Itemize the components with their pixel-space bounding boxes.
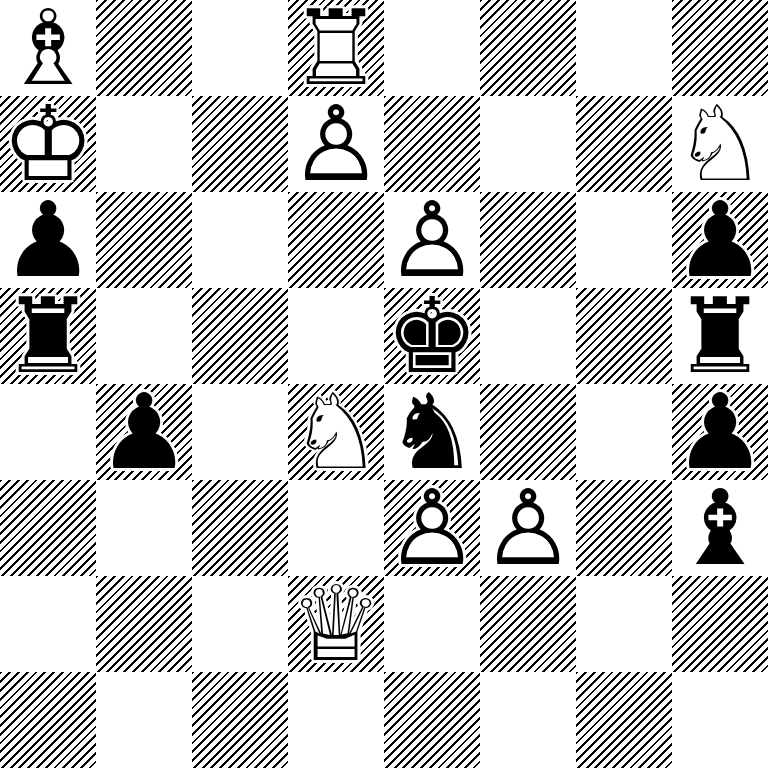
piece-black-king[interactable]: ♚♚ <box>384 288 480 384</box>
square-b1[interactable] <box>96 672 192 768</box>
square-h3[interactable]: ♝♝ <box>672 480 768 576</box>
square-d8[interactable]: ♜♖ <box>288 0 384 96</box>
square-e8[interactable] <box>384 0 480 96</box>
square-d7[interactable]: ♟♙ <box>288 96 384 192</box>
square-d4[interactable]: ♞♘ <box>288 384 384 480</box>
square-f6[interactable] <box>480 192 576 288</box>
square-b8[interactable] <box>96 0 192 96</box>
square-a1[interactable] <box>0 672 96 768</box>
square-h4[interactable]: ♟♟ <box>672 384 768 480</box>
square-g3[interactable] <box>576 480 672 576</box>
black-knight-icon: ♞ <box>384 384 480 480</box>
square-d2[interactable]: ♛♕ <box>288 576 384 672</box>
white-knight-icon: ♘ <box>288 384 384 480</box>
square-d1[interactable] <box>288 672 384 768</box>
square-f4[interactable] <box>480 384 576 480</box>
square-b3[interactable] <box>96 480 192 576</box>
square-b4[interactable]: ♟♟ <box>96 384 192 480</box>
square-h1[interactable] <box>672 672 768 768</box>
piece-black-bishop[interactable]: ♝♝ <box>672 480 768 576</box>
square-c6[interactable] <box>192 192 288 288</box>
piece-black-pawn[interactable]: ♟♟ <box>96 384 192 480</box>
black-king-icon: ♚ <box>384 288 480 384</box>
square-f7[interactable] <box>480 96 576 192</box>
square-g5[interactable] <box>576 288 672 384</box>
square-e7[interactable] <box>384 96 480 192</box>
square-b5[interactable] <box>96 288 192 384</box>
square-c7[interactable] <box>192 96 288 192</box>
square-h2[interactable] <box>672 576 768 672</box>
square-f2[interactable] <box>480 576 576 672</box>
square-c4[interactable] <box>192 384 288 480</box>
white-knight-icon: ♘ <box>672 96 768 192</box>
square-a2[interactable] <box>0 576 96 672</box>
white-pawn-icon: ♙ <box>384 192 480 288</box>
black-pawn-icon: ♟ <box>672 384 768 480</box>
black-pawn-icon: ♟ <box>0 192 96 288</box>
piece-white-pawn[interactable]: ♟♙ <box>480 480 576 576</box>
square-g1[interactable] <box>576 672 672 768</box>
square-a5[interactable]: ♜♜ <box>0 288 96 384</box>
piece-white-knight[interactable]: ♞♘ <box>288 384 384 480</box>
square-c5[interactable] <box>192 288 288 384</box>
square-b2[interactable] <box>96 576 192 672</box>
square-g8[interactable] <box>576 0 672 96</box>
piece-black-pawn[interactable]: ♟♟ <box>0 192 96 288</box>
square-c1[interactable] <box>192 672 288 768</box>
white-king-icon: ♔ <box>0 96 96 192</box>
square-b7[interactable] <box>96 96 192 192</box>
square-d3[interactable] <box>288 480 384 576</box>
square-c3[interactable] <box>192 480 288 576</box>
piece-white-knight[interactable]: ♞♘ <box>672 96 768 192</box>
white-queen-icon: ♕ <box>288 576 384 672</box>
square-e6[interactable]: ♟♙ <box>384 192 480 288</box>
square-e1[interactable] <box>384 672 480 768</box>
square-f1[interactable] <box>480 672 576 768</box>
piece-white-pawn[interactable]: ♟♙ <box>384 480 480 576</box>
square-a3[interactable] <box>0 480 96 576</box>
piece-white-rook[interactable]: ♜♖ <box>288 0 384 96</box>
piece-black-rook[interactable]: ♜♜ <box>672 288 768 384</box>
square-c2[interactable] <box>192 576 288 672</box>
square-d6[interactable] <box>288 192 384 288</box>
black-bishop-icon: ♝ <box>672 480 768 576</box>
square-a4[interactable] <box>0 384 96 480</box>
square-g6[interactable] <box>576 192 672 288</box>
white-bishop-icon: ♗ <box>0 0 96 96</box>
square-e3[interactable]: ♟♙ <box>384 480 480 576</box>
black-pawn-icon: ♟ <box>672 192 768 288</box>
piece-white-pawn[interactable]: ♟♙ <box>384 192 480 288</box>
square-h5[interactable]: ♜♜ <box>672 288 768 384</box>
black-rook-icon: ♜ <box>672 288 768 384</box>
square-f8[interactable] <box>480 0 576 96</box>
square-g7[interactable] <box>576 96 672 192</box>
black-pawn-icon: ♟ <box>96 384 192 480</box>
square-h6[interactable]: ♟♟ <box>672 192 768 288</box>
square-h8[interactable] <box>672 0 768 96</box>
square-h7[interactable]: ♞♘ <box>672 96 768 192</box>
square-c8[interactable] <box>192 0 288 96</box>
piece-black-rook[interactable]: ♜♜ <box>0 288 96 384</box>
square-f3[interactable]: ♟♙ <box>480 480 576 576</box>
piece-white-bishop[interactable]: ♝♗ <box>0 0 96 96</box>
piece-white-pawn[interactable]: ♟♙ <box>288 96 384 192</box>
chessboard: ♝♗♜♖♚♔♟♙♞♘♟♟♟♙♟♟♜♜♚♚♜♜♟♟♞♘♞♞♟♟♟♙♟♙♝♝♛♕ <box>0 0 768 768</box>
square-g4[interactable] <box>576 384 672 480</box>
white-pawn-icon: ♙ <box>384 480 480 576</box>
square-a8[interactable]: ♝♗ <box>0 0 96 96</box>
black-rook-icon: ♜ <box>0 288 96 384</box>
square-e5[interactable]: ♚♚ <box>384 288 480 384</box>
square-g2[interactable] <box>576 576 672 672</box>
square-e2[interactable] <box>384 576 480 672</box>
piece-white-king[interactable]: ♚♔ <box>0 96 96 192</box>
white-rook-icon: ♖ <box>288 0 384 96</box>
square-d5[interactable] <box>288 288 384 384</box>
square-a7[interactable]: ♚♔ <box>0 96 96 192</box>
square-b6[interactable] <box>96 192 192 288</box>
piece-black-pawn[interactable]: ♟♟ <box>672 192 768 288</box>
square-e4[interactable]: ♞♞ <box>384 384 480 480</box>
square-a6[interactable]: ♟♟ <box>0 192 96 288</box>
white-pawn-icon: ♙ <box>480 480 576 576</box>
piece-white-queen[interactable]: ♛♕ <box>288 576 384 672</box>
square-f5[interactable] <box>480 288 576 384</box>
white-pawn-icon: ♙ <box>288 96 384 192</box>
piece-black-knight[interactable]: ♞♞ <box>384 384 480 480</box>
piece-black-pawn[interactable]: ♟♟ <box>672 384 768 480</box>
